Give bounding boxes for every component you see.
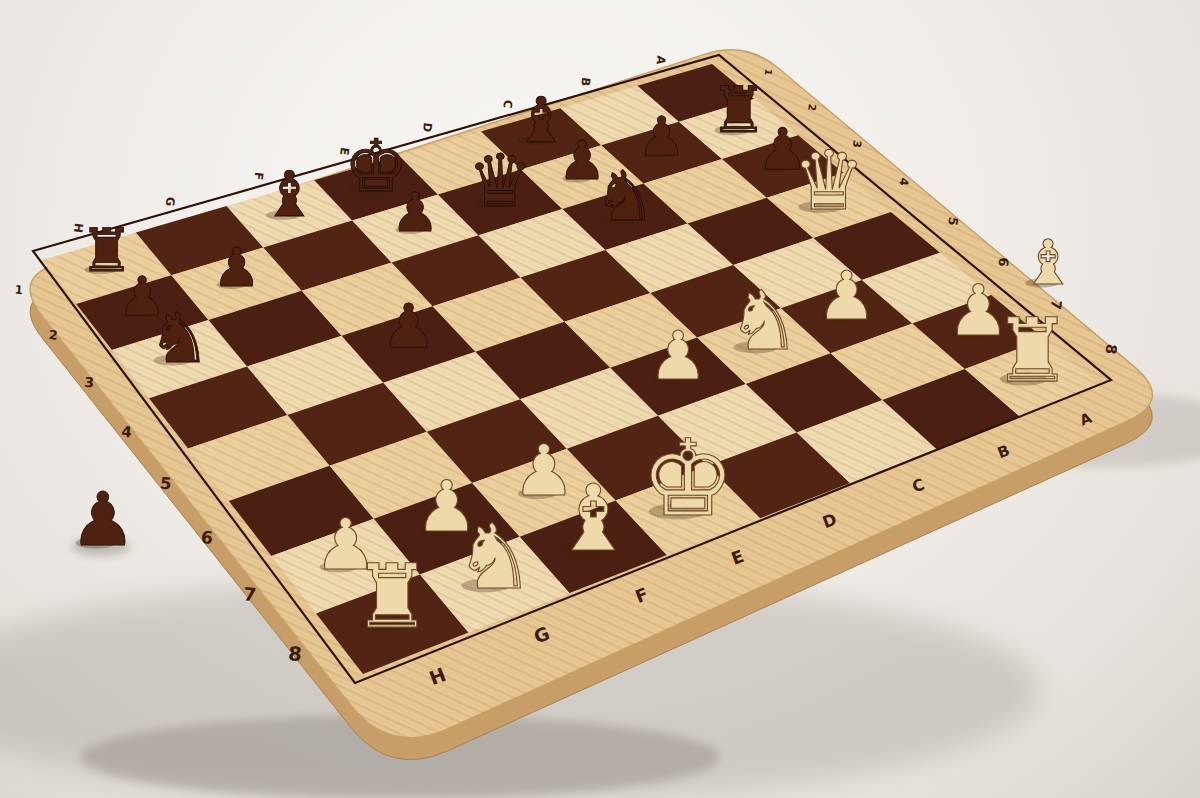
piece-brown-bishop-f1: ♝	[261, 158, 317, 231]
rank-label-left-1: 1	[14, 282, 23, 297]
photo-scene: 11HH22GG33FF44EE55DD66CC77BB88AA♜♝♟♟♟♚♛♛…	[0, 0, 1200, 798]
rank-label-right-2: 2	[806, 103, 818, 111]
piece-cream-knight-c6: ♞	[727, 273, 800, 368]
piece-offboard-cream-bishop: ♝	[1020, 226, 1076, 299]
rank-label-right-4: 4	[897, 177, 912, 187]
piece-cream-queen-a4: ♛	[792, 133, 865, 228]
piece-offboard-brown-pawn: ♟	[70, 476, 136, 562]
rank-label-right-6: 6	[995, 257, 1011, 268]
rank-label-left-4: 4	[121, 423, 133, 442]
piece-brown-knight-c3: ♞	[594, 155, 656, 236]
piece-cream-knight-g8: ♞	[454, 505, 535, 609]
rank-label-left-7: 7	[243, 583, 258, 605]
piece-brown-pawn-e2: ♟	[391, 181, 439, 244]
piece-cream-bishop-f8: ♝	[552, 465, 634, 572]
piece-brown-queen-d2: ♛	[467, 138, 532, 223]
rank-label-left-8: 8	[287, 642, 302, 666]
file-label-far-d: D	[420, 122, 435, 133]
file-label-far-b: B	[578, 77, 593, 87]
piece-brown-pawn-g2: ♟	[212, 236, 260, 299]
rank-label-right-5: 5	[945, 216, 961, 226]
rank-label-right-8: 8	[1103, 343, 1121, 355]
piece-brown-pawn-f4: ♟	[381, 291, 435, 361]
piece-brown-knight-h3: ♞	[148, 297, 210, 378]
piece-cream-rook-h8: ♜	[353, 546, 432, 648]
chess-board-photo: 11HH22GG33FF44EE55DD66CC77BB88AA♜♝♟♟♟♚♛♛…	[0, 0, 1200, 798]
rank-label-left-2: 2	[48, 327, 58, 343]
piece-cream-pawn-b6: ♟	[816, 257, 876, 335]
rank-label-left-5: 5	[159, 474, 172, 494]
piece-cream-pawn-d6: ♟	[648, 317, 708, 395]
rank-label-left-6: 6	[200, 527, 214, 548]
piece-cream-king-e8: ♚	[640, 417, 735, 540]
file-label-far-g: G	[163, 196, 178, 207]
piece-cream-rook-a8: ♜	[993, 300, 1072, 402]
rank-label-left-3: 3	[84, 374, 95, 391]
file-label-far-a: A	[654, 55, 669, 65]
